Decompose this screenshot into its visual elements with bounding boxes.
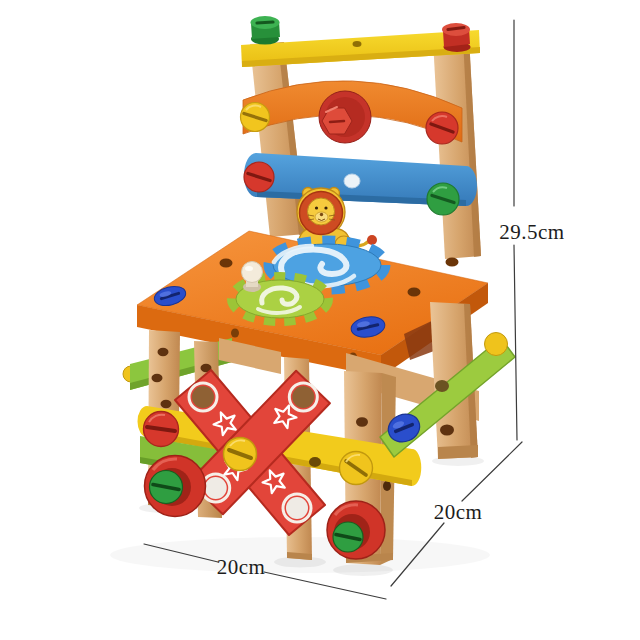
big-red-bolt-arch-center <box>319 91 371 143</box>
toy-chair <box>110 16 515 576</box>
red-nut-green-screw-left <box>145 456 206 517</box>
yellow-bolt-tip-right <box>485 333 508 356</box>
width-dimension-line <box>264 572 386 599</box>
backrest-right-post <box>433 38 481 259</box>
chair-backrest <box>241 16 482 259</box>
red-bolt-top-right <box>442 23 471 52</box>
red-screw-left <box>144 412 179 447</box>
lion-tail-tuft <box>367 235 377 245</box>
seat-hole <box>220 259 233 268</box>
red-screw-arch-right <box>426 112 458 144</box>
green-bolt-top-left <box>251 16 281 45</box>
red-screw-blue-bar <box>244 162 274 192</box>
seat-face-hole <box>231 329 239 338</box>
height-dimension-line <box>514 245 517 440</box>
green-screw-blue-bar <box>427 183 459 215</box>
height-dimension-label: 29.5cm <box>499 220 564 244</box>
seat-hole <box>408 288 421 297</box>
width-dimension-label: 20cm <box>217 555 266 579</box>
seat-hole <box>446 258 459 267</box>
white-knob <box>242 262 263 293</box>
blue-bar-hole <box>344 174 360 188</box>
green-bar-hole <box>435 380 449 392</box>
toy-chair-illustration: 29.5cm 20cm 20cm <box>0 0 640 640</box>
bar-hole <box>353 41 362 47</box>
yellow-screw-front-bar <box>340 452 373 485</box>
product-photo: 29.5cm 20cm 20cm <box>0 0 640 640</box>
yellow-screw-arch-left <box>241 103 270 132</box>
yellow-bar-hole <box>309 457 321 467</box>
depth-dimension-label: 20cm <box>434 500 483 524</box>
height-dimension: 29.5cm <box>499 20 564 440</box>
yellow-bolt-cross-center <box>224 438 257 471</box>
red-nut-green-screw-right <box>327 501 385 559</box>
